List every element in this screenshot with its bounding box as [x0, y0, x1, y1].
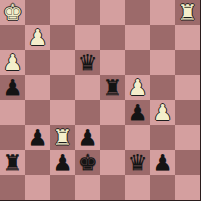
black-pawn-piece[interactable]: ♟: [78, 125, 98, 150]
square-e8[interactable]: [100, 0, 125, 25]
square-g7[interactable]: [150, 25, 175, 50]
square-d2[interactable]: ♚: [75, 150, 100, 175]
square-c6[interactable]: [50, 50, 75, 75]
square-b5[interactable]: [25, 75, 50, 100]
square-f3[interactable]: [125, 125, 150, 150]
square-b7[interactable]: ♟: [25, 25, 50, 50]
square-e4[interactable]: [100, 100, 125, 125]
white-pawn-piece[interactable]: ♟: [28, 25, 48, 50]
white-pawn-piece[interactable]: ♟: [153, 100, 173, 125]
square-f8[interactable]: [125, 0, 150, 25]
square-h7[interactable]: [175, 25, 200, 50]
square-d8[interactable]: [75, 0, 100, 25]
black-rook-piece[interactable]: ♜: [103, 75, 123, 100]
square-d1[interactable]: [75, 175, 100, 200]
square-f6[interactable]: [125, 50, 150, 75]
black-queen-piece[interactable]: ♛: [78, 50, 98, 75]
square-h4[interactable]: [175, 100, 200, 125]
black-pawn-piece[interactable]: ♟: [53, 150, 73, 175]
square-g8[interactable]: [150, 0, 175, 25]
square-g4[interactable]: ♟: [150, 100, 175, 125]
square-e2[interactable]: [100, 150, 125, 175]
square-g3[interactable]: [150, 125, 175, 150]
square-g6[interactable]: [150, 50, 175, 75]
square-b6[interactable]: [25, 50, 50, 75]
square-a4[interactable]: [0, 100, 25, 125]
black-pawn-piece[interactable]: ♟: [128, 100, 148, 125]
black-pawn-piece[interactable]: ♟: [3, 75, 23, 100]
square-b1[interactable]: [25, 175, 50, 200]
square-c4[interactable]: [50, 100, 75, 125]
white-rook-piece[interactable]: ♜: [178, 0, 198, 25]
chess-board: ♚♜♟♟♛♟♜♟♟♟♟♜♟♜♟♚♛♟: [0, 0, 201, 201]
square-f5[interactable]: ♟: [125, 75, 150, 100]
square-a1[interactable]: [0, 175, 25, 200]
square-c3[interactable]: ♜: [50, 125, 75, 150]
square-a2[interactable]: ♜: [0, 150, 25, 175]
black-rook-piece[interactable]: ♜: [3, 150, 23, 175]
square-b4[interactable]: [25, 100, 50, 125]
square-d7[interactable]: [75, 25, 100, 50]
square-a3[interactable]: [0, 125, 25, 150]
square-c5[interactable]: [50, 75, 75, 100]
black-pawn-piece[interactable]: ♟: [153, 150, 173, 175]
square-b3[interactable]: ♟: [25, 125, 50, 150]
square-g5[interactable]: [150, 75, 175, 100]
square-h8[interactable]: ♜: [175, 0, 200, 25]
square-h5[interactable]: [175, 75, 200, 100]
square-h6[interactable]: [175, 50, 200, 75]
square-h3[interactable]: [175, 125, 200, 150]
square-d6[interactable]: ♛: [75, 50, 100, 75]
square-c1[interactable]: [50, 175, 75, 200]
square-e1[interactable]: [100, 175, 125, 200]
square-e5[interactable]: ♜: [100, 75, 125, 100]
square-e6[interactable]: [100, 50, 125, 75]
square-d4[interactable]: [75, 100, 100, 125]
square-a8[interactable]: ♚: [0, 0, 25, 25]
white-pawn-piece[interactable]: ♟: [3, 50, 23, 75]
square-f4[interactable]: ♟: [125, 100, 150, 125]
square-f1[interactable]: [125, 175, 150, 200]
square-d5[interactable]: [75, 75, 100, 100]
square-b8[interactable]: [25, 0, 50, 25]
square-f2[interactable]: ♛: [125, 150, 150, 175]
black-pawn-piece[interactable]: ♟: [28, 125, 48, 150]
square-e7[interactable]: [100, 25, 125, 50]
square-c7[interactable]: [50, 25, 75, 50]
square-c8[interactable]: [50, 0, 75, 25]
square-h1[interactable]: [175, 175, 200, 200]
chess-board-container: ♚♜♟♟♛♟♜♟♟♟♟♜♟♜♟♚♛♟: [0, 0, 201, 201]
white-king-piece[interactable]: ♚: [3, 0, 23, 25]
square-f7[interactable]: [125, 25, 150, 50]
square-d3[interactable]: ♟: [75, 125, 100, 150]
square-b2[interactable]: [25, 150, 50, 175]
black-king-piece[interactable]: ♚: [78, 150, 98, 175]
square-a6[interactable]: ♟: [0, 50, 25, 75]
white-pawn-piece[interactable]: ♟: [128, 75, 148, 100]
square-a7[interactable]: [0, 25, 25, 50]
square-g2[interactable]: ♟: [150, 150, 175, 175]
black-queen-piece[interactable]: ♛: [128, 150, 148, 175]
square-e3[interactable]: [100, 125, 125, 150]
square-h2[interactable]: [175, 150, 200, 175]
square-g1[interactable]: [150, 175, 175, 200]
square-a5[interactable]: ♟: [0, 75, 25, 100]
square-c2[interactable]: ♟: [50, 150, 75, 175]
white-rook-piece[interactable]: ♜: [53, 125, 73, 150]
